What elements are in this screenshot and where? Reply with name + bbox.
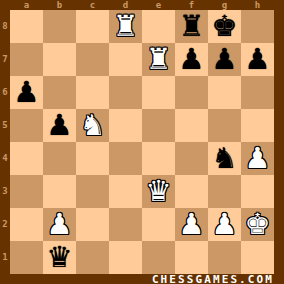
black-king-icon: ♚ bbox=[208, 10, 241, 43]
square-e3: ♛ bbox=[142, 175, 175, 208]
square-f1 bbox=[175, 241, 208, 274]
square-d3 bbox=[109, 175, 142, 208]
square-f3 bbox=[175, 175, 208, 208]
white-pawn-icon: ♟ bbox=[175, 208, 208, 241]
square-g6 bbox=[208, 76, 241, 109]
rank-label-4: 4 bbox=[0, 142, 10, 175]
square-f8: ♜ bbox=[175, 10, 208, 43]
square-b8 bbox=[43, 10, 76, 43]
white-rook-icon: ♜ bbox=[142, 43, 175, 76]
square-b5: ♟ bbox=[43, 109, 76, 142]
square-e6 bbox=[142, 76, 175, 109]
square-b7 bbox=[43, 43, 76, 76]
file-label-e: e bbox=[142, 0, 175, 10]
black-pawn-icon: ♟ bbox=[175, 43, 208, 76]
square-c8 bbox=[76, 10, 109, 43]
square-h4: ♟ bbox=[241, 142, 274, 175]
black-knight-icon: ♞ bbox=[208, 142, 241, 175]
rank-label-2: 2 bbox=[0, 208, 10, 241]
square-d4 bbox=[109, 142, 142, 175]
square-e7: ♜ bbox=[142, 43, 175, 76]
square-a4 bbox=[10, 142, 43, 175]
file-label-g: g bbox=[208, 0, 241, 10]
white-pawn-icon: ♟ bbox=[43, 208, 76, 241]
square-g4: ♞ bbox=[208, 142, 241, 175]
square-c7 bbox=[76, 43, 109, 76]
square-g5 bbox=[208, 109, 241, 142]
square-d2 bbox=[109, 208, 142, 241]
square-a5 bbox=[10, 109, 43, 142]
square-g3 bbox=[208, 175, 241, 208]
square-c5: ♞ bbox=[76, 109, 109, 142]
black-pawn-icon: ♟ bbox=[43, 109, 76, 142]
square-e4 bbox=[142, 142, 175, 175]
black-pawn-icon: ♟ bbox=[241, 43, 274, 76]
chess-diagram: ♜♜♚♜♟♟♟♟♟♞♞♟♛♟♟♟♚♛ abcdefgh 87654321 CHE… bbox=[0, 0, 284, 284]
square-b6 bbox=[43, 76, 76, 109]
square-g8: ♚ bbox=[208, 10, 241, 43]
file-label-h: h bbox=[241, 0, 274, 10]
white-pawn-icon: ♟ bbox=[208, 208, 241, 241]
file-label-a: a bbox=[10, 0, 43, 10]
rank-label-8: 8 bbox=[0, 10, 10, 43]
square-c4 bbox=[76, 142, 109, 175]
square-f7: ♟ bbox=[175, 43, 208, 76]
black-pawn-icon: ♟ bbox=[10, 76, 43, 109]
square-f5 bbox=[175, 109, 208, 142]
white-pawn-icon: ♟ bbox=[241, 142, 274, 175]
watermark-text: CHESSGAMES.COM bbox=[152, 274, 274, 284]
square-f2: ♟ bbox=[175, 208, 208, 241]
square-b4 bbox=[43, 142, 76, 175]
white-rook-icon: ♜ bbox=[109, 10, 142, 43]
square-b3 bbox=[43, 175, 76, 208]
square-d8: ♜ bbox=[109, 10, 142, 43]
file-label-f: f bbox=[175, 0, 208, 10]
file-label-b: b bbox=[43, 0, 76, 10]
square-d1 bbox=[109, 241, 142, 274]
square-h3 bbox=[241, 175, 274, 208]
square-c3 bbox=[76, 175, 109, 208]
square-f6 bbox=[175, 76, 208, 109]
white-king-icon: ♚ bbox=[241, 208, 274, 241]
white-queen-icon: ♛ bbox=[142, 175, 175, 208]
chess-board: ♜♜♚♜♟♟♟♟♟♞♞♟♛♟♟♟♚♛ bbox=[10, 10, 274, 274]
black-queen-icon: ♛ bbox=[43, 241, 76, 274]
white-knight-icon: ♞ bbox=[76, 109, 109, 142]
square-d6 bbox=[109, 76, 142, 109]
square-a8 bbox=[10, 10, 43, 43]
square-h1 bbox=[241, 241, 274, 274]
square-h2: ♚ bbox=[241, 208, 274, 241]
square-g7: ♟ bbox=[208, 43, 241, 76]
square-g2: ♟ bbox=[208, 208, 241, 241]
square-e2 bbox=[142, 208, 175, 241]
square-e8 bbox=[142, 10, 175, 43]
square-h5 bbox=[241, 109, 274, 142]
square-c1 bbox=[76, 241, 109, 274]
square-a2 bbox=[10, 208, 43, 241]
square-a1 bbox=[10, 241, 43, 274]
square-h7: ♟ bbox=[241, 43, 274, 76]
black-rook-icon: ♜ bbox=[175, 10, 208, 43]
square-a3 bbox=[10, 175, 43, 208]
square-f4 bbox=[175, 142, 208, 175]
file-label-c: c bbox=[76, 0, 109, 10]
square-a7 bbox=[10, 43, 43, 76]
rank-label-7: 7 bbox=[0, 43, 10, 76]
square-e5 bbox=[142, 109, 175, 142]
square-h6 bbox=[241, 76, 274, 109]
rank-label-3: 3 bbox=[0, 175, 10, 208]
file-label-d: d bbox=[109, 0, 142, 10]
rank-label-5: 5 bbox=[0, 109, 10, 142]
square-c2 bbox=[76, 208, 109, 241]
black-pawn-icon: ♟ bbox=[208, 43, 241, 76]
rank-label-1: 1 bbox=[0, 241, 10, 274]
square-h8 bbox=[241, 10, 274, 43]
rank-label-6: 6 bbox=[0, 76, 10, 109]
square-g1 bbox=[208, 241, 241, 274]
square-d7 bbox=[109, 43, 142, 76]
square-a6: ♟ bbox=[10, 76, 43, 109]
square-c6 bbox=[76, 76, 109, 109]
square-b1: ♛ bbox=[43, 241, 76, 274]
square-b2: ♟ bbox=[43, 208, 76, 241]
square-e1 bbox=[142, 241, 175, 274]
square-d5 bbox=[109, 109, 142, 142]
